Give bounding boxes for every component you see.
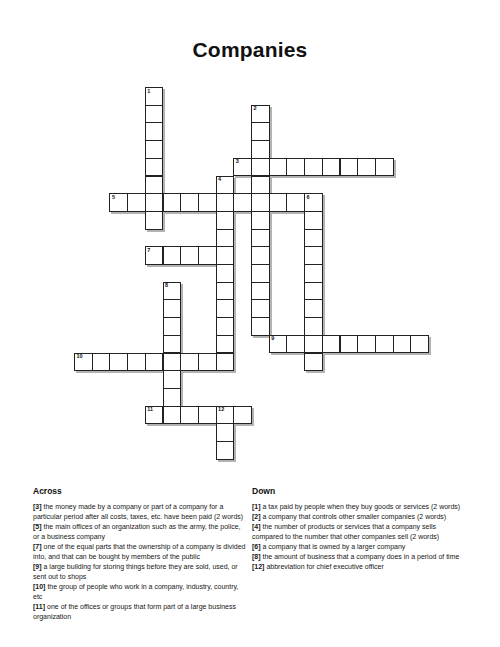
grid-cell[interactable]: 1 xyxy=(145,87,164,106)
grid-cell[interactable] xyxy=(216,335,235,354)
crossword-page: Companies 123456789101112 Across [3] the… xyxy=(0,0,500,647)
clue-4: [4] the number of products or services t… xyxy=(252,522,463,542)
grid-cell[interactable] xyxy=(304,299,323,318)
clue-5: [5] the main offices of an organization … xyxy=(33,522,247,542)
grid-cell[interactable] xyxy=(127,193,146,212)
grid-cell[interactable] xyxy=(251,158,270,177)
grid-cell[interactable]: 8 xyxy=(163,282,182,301)
grid-cell[interactable] xyxy=(216,299,235,318)
grid-cell[interactable] xyxy=(163,353,182,372)
grid-cell[interactable] xyxy=(322,158,341,177)
grid-cell[interactable] xyxy=(304,282,323,301)
grid-cell[interactable] xyxy=(304,211,323,230)
down-header: Down xyxy=(252,486,463,496)
grid-cell[interactable] xyxy=(180,353,199,372)
grid-cell[interactable] xyxy=(304,158,323,177)
grid-cell[interactable] xyxy=(216,317,235,336)
grid-cell[interactable] xyxy=(109,353,128,372)
grid-cell[interactable] xyxy=(216,353,235,372)
grid-cell[interactable] xyxy=(216,246,235,265)
grid-cell[interactable] xyxy=(180,246,199,265)
grid-cell[interactable] xyxy=(286,158,305,177)
grid-cell[interactable] xyxy=(145,122,164,141)
grid-cell[interactable]: 2 xyxy=(251,105,270,124)
grid-cell[interactable]: 6 xyxy=(304,193,323,212)
grid-cell[interactable] xyxy=(216,229,235,248)
grid-cell[interactable] xyxy=(251,264,270,283)
grid-cell[interactable] xyxy=(269,158,288,177)
grid-cell[interactable] xyxy=(216,282,235,301)
grid-cell[interactable] xyxy=(145,211,164,230)
grid-cell[interactable] xyxy=(145,193,164,212)
grid-cell[interactable] xyxy=(180,406,199,425)
grid-cell[interactable] xyxy=(322,335,341,354)
clue-number: 12 xyxy=(218,407,224,413)
grid-cell[interactable] xyxy=(410,335,429,354)
across-header: Across xyxy=(33,486,247,496)
clue-number: 11 xyxy=(147,407,153,413)
grid-cell[interactable] xyxy=(340,335,359,354)
grid-cell[interactable] xyxy=(163,388,182,407)
grid-cell[interactable] xyxy=(92,353,111,372)
down-clue-list: [1] a tax paid by people when they buy g… xyxy=(252,502,463,572)
grid-cell[interactable] xyxy=(357,158,376,177)
grid-cell[interactable] xyxy=(251,211,270,230)
clue-number: 4 xyxy=(218,177,221,183)
grid-cell[interactable] xyxy=(163,370,182,389)
clue-10: [10] the group of people who work in a c… xyxy=(33,582,247,602)
grid-cell[interactable]: 12 xyxy=(216,406,235,425)
clue-6: [6] a company that is owned by a larger … xyxy=(252,542,463,552)
grid-cell[interactable] xyxy=(251,246,270,265)
grid-cell[interactable]: 10 xyxy=(74,353,93,372)
grid-cell[interactable]: 9 xyxy=(269,335,288,354)
clue-3: [3] the money made by a company or part … xyxy=(33,502,247,522)
grid-cell[interactable] xyxy=(304,353,323,372)
grid-cell[interactable] xyxy=(251,122,270,141)
grid-cell[interactable] xyxy=(304,317,323,336)
grid-cell[interactable] xyxy=(163,335,182,354)
grid-cell[interactable] xyxy=(304,246,323,265)
clue-12: [12] abbreviation for chief executive of… xyxy=(252,562,463,572)
grid-cell[interactable]: 4 xyxy=(216,176,235,195)
grid-cell[interactable] xyxy=(163,246,182,265)
clue-number: 9 xyxy=(271,336,274,342)
grid-cell[interactable] xyxy=(251,282,270,301)
grid-cell[interactable] xyxy=(269,193,288,212)
grid-cell[interactable] xyxy=(357,335,376,354)
grid-cell[interactable] xyxy=(251,193,270,212)
clue-8: [8] the amount of business that a compan… xyxy=(252,552,463,562)
grid-cell[interactable] xyxy=(216,423,235,442)
clue-9: [9] a large building for storing things … xyxy=(33,562,247,582)
grid-cell[interactable] xyxy=(145,353,164,372)
clue-number: 7 xyxy=(147,248,150,254)
clue-number: 10 xyxy=(77,354,83,360)
grid-cell[interactable] xyxy=(216,441,235,460)
grid-cell[interactable] xyxy=(145,105,164,124)
grid-cell[interactable] xyxy=(163,317,182,336)
grid-cell[interactable] xyxy=(145,158,164,177)
grid-cell[interactable] xyxy=(304,229,323,248)
down-clues-section: Down [1] a tax paid by people when they … xyxy=(252,486,463,572)
grid-cell[interactable]: 7 xyxy=(145,246,164,265)
grid-cell[interactable] xyxy=(375,335,394,354)
grid-cell[interactable] xyxy=(127,353,146,372)
grid-cell[interactable] xyxy=(198,193,217,212)
clue-2: [2] a company that controls other smalle… xyxy=(252,512,463,522)
grid-cell[interactable] xyxy=(180,193,199,212)
grid-cell[interactable]: 5 xyxy=(109,193,128,212)
clue-number: 3 xyxy=(236,159,239,165)
grid-cell[interactable] xyxy=(286,193,305,212)
grid-cell[interactable] xyxy=(340,158,359,177)
grid-cell[interactable] xyxy=(251,317,270,336)
clue-number: 6 xyxy=(307,195,310,201)
grid-cell[interactable] xyxy=(163,299,182,318)
grid-cell[interactable] xyxy=(251,176,270,195)
grid-cell[interactable]: 3 xyxy=(233,158,252,177)
grid-cell[interactable] xyxy=(251,229,270,248)
grid-cell[interactable] xyxy=(216,264,235,283)
crossword-grid: 123456789101112 xyxy=(74,87,430,461)
grid-cell[interactable] xyxy=(145,140,164,159)
grid-cell[interactable]: 11 xyxy=(145,406,164,425)
clue-7: [7] one of the equal parts that the owne… xyxy=(33,542,247,562)
clue-number: 1 xyxy=(147,89,150,95)
grid-cell[interactable] xyxy=(163,406,182,425)
clue-number: 2 xyxy=(254,106,257,112)
grid-cell[interactable] xyxy=(198,353,217,372)
puzzle-title: Companies xyxy=(0,38,500,62)
grid-cell[interactable] xyxy=(198,246,217,265)
grid-cell[interactable] xyxy=(286,335,305,354)
grid-cell[interactable] xyxy=(393,335,412,354)
across-clue-list: [3] the money made by a company or part … xyxy=(33,502,247,622)
grid-cell[interactable] xyxy=(251,140,270,159)
clue-number: 5 xyxy=(112,195,115,201)
grid-cell[interactable] xyxy=(233,193,252,212)
grid-cell[interactable] xyxy=(216,193,235,212)
clue-number: 8 xyxy=(165,283,168,289)
grid-cell[interactable] xyxy=(375,158,394,177)
grid-cell[interactable] xyxy=(198,406,217,425)
grid-cell[interactable] xyxy=(251,299,270,318)
grid-cell[interactable] xyxy=(233,406,252,425)
clue-11: [11] one of the offices or groups that f… xyxy=(33,602,247,622)
grid-cell[interactable] xyxy=(145,176,164,195)
across-clues-section: Across [3] the money made by a company o… xyxy=(33,486,247,622)
grid-cell[interactable] xyxy=(216,211,235,230)
grid-cell[interactable] xyxy=(163,193,182,212)
grid-cell[interactable] xyxy=(304,264,323,283)
grid-cell[interactable] xyxy=(304,335,323,354)
clue-1: [1] a tax paid by people when they buy g… xyxy=(252,502,463,512)
